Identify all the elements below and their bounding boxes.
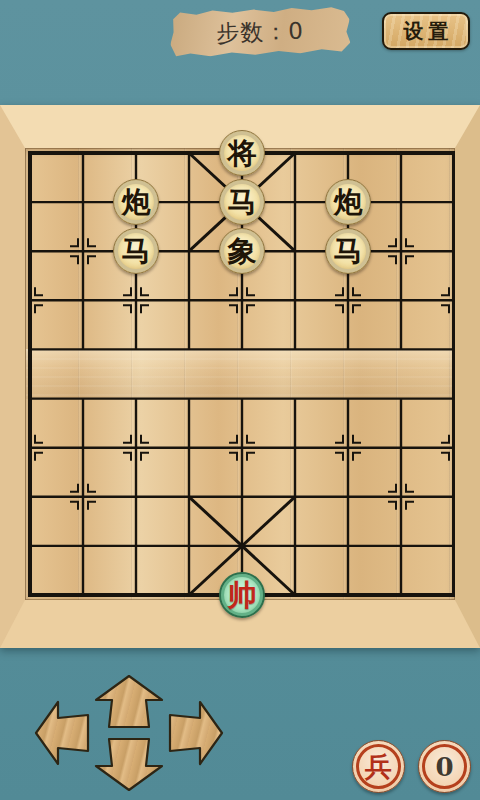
piece-black-horse-left: 马 <box>113 228 159 274</box>
steps-value: 0 <box>288 18 304 44</box>
counter-value: 0 <box>435 752 453 782</box>
arrow-left-button[interactable] <box>36 702 88 764</box>
game-screen: 步数：0 设置 <box>0 0 480 800</box>
board-frame: 将炮马炮马象马帅 <box>0 105 480 648</box>
arrow-up-button[interactable] <box>96 676 162 727</box>
arrow-right-button[interactable] <box>170 702 222 764</box>
soldier-piece-label: 兵 <box>365 749 392 785</box>
piece-black-elephant: 象 <box>219 228 265 274</box>
piece-black-horse-right: 马 <box>325 228 371 274</box>
piece-red-general[interactable]: 帅 <box>219 572 265 618</box>
piece-black-cannon-left: 炮 <box>113 179 159 225</box>
steps-label: 步数： <box>216 16 289 49</box>
soldier-piece-button[interactable]: 兵 <box>352 740 405 793</box>
piece-black-general: 将 <box>219 130 265 176</box>
arrow-down-button[interactable] <box>96 739 162 790</box>
piece-black-horse-center: 马 <box>219 179 265 225</box>
counter-button[interactable]: 0 <box>418 740 471 793</box>
settings-button[interactable]: 设置 <box>382 12 470 50</box>
piece-black-cannon-right: 炮 <box>325 179 371 225</box>
steps-banner: 步数：0 <box>169 5 350 59</box>
board-surface: 将炮马炮马象马帅 <box>25 148 455 600</box>
